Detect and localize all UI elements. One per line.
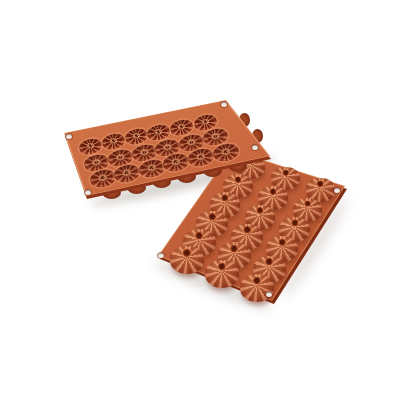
bundt-bump [196,211,228,237]
bundt-cavity [178,132,205,153]
underside-bump-silhouette [228,159,247,172]
cast-shadow [229,153,276,173]
bundt-bump-center-hole [290,219,299,227]
front-mold-edge-thickness [0,0,400,400]
bundt-bump [223,174,253,198]
back-mold-edge-thickness [0,0,400,400]
front-mold-rim-highlight [0,0,400,400]
bundt-cavity [123,127,149,146]
bundt-cavity [100,132,126,151]
bundt-bump-center-hole [281,169,290,176]
bundt-cavity [83,152,110,173]
bundt-bump [258,186,288,210]
underside-bump-silhouette [239,113,250,127]
bundt-bump-center-hole [242,226,252,234]
underside-bump-silhouette [127,181,146,194]
bundt-bump [245,205,276,230]
cast-shadow [89,158,268,210]
bundt-bump [183,229,216,256]
bundt-bump-center-hole [207,213,217,221]
front-mold-corner-hole [66,134,72,139]
bundt-bump [170,246,204,274]
bundt-bump-center-hole [268,188,277,195]
bundt-cavity [192,113,218,132]
bundt-bump [240,274,274,302]
bundt-cavity [77,137,103,156]
bundt-cavity [162,152,191,174]
underside-bump-silhouette [177,170,196,183]
bundt-bump-center-hole [234,176,243,183]
bundt-cavity [137,157,166,179]
bundt-cavity [169,118,195,137]
bundt-cavity [211,141,240,163]
underside-bump-silhouette [203,164,222,177]
front-mold-corner-hole [252,145,258,150]
back-mold-corner-hole [158,253,164,258]
back-mold-corner-hole [334,188,340,193]
bundt-bump [279,217,310,242]
cast-shadow [278,194,352,300]
mold-faceup-showing-cavities [0,0,400,400]
bundt-cavity [154,137,181,158]
bundt-bump-center-hole [277,239,287,247]
bundt-bump [237,156,265,179]
bundt-bump-center-hole [303,200,312,207]
bundt-bump [306,178,334,201]
bundt-bump [231,224,263,250]
bundt-bump [266,236,298,262]
bundt-bump [253,256,286,283]
bundt-bump [205,260,239,288]
bundt-bump-center-hole [264,258,274,266]
bundt-bump-center-hole [182,249,192,257]
cast-shadow [152,255,273,313]
bundt-bump-center-hole [255,207,264,215]
back-mold-corner-hole [266,292,272,297]
bundt-cavity [88,168,117,190]
back-mold-rim-highlight [0,0,400,400]
back-mold-silicone-sheet [0,0,400,400]
bundt-bump [271,167,299,190]
bundt-bump-center-hole [247,158,256,165]
bundt-cavity [202,127,229,148]
bundt-bump [218,242,251,269]
front-mold-corner-hole [221,102,227,107]
bundt-bump [293,198,323,222]
bundt-bump-center-hole [316,180,325,187]
underside-bump-silhouette [152,175,171,188]
bundt-bump [210,192,241,217]
bundt-bump-center-hole [252,276,262,284]
back-mold-corner-hole [230,154,236,159]
bundt-cavity [107,147,134,168]
front-mold-corner-hole [85,190,91,195]
bundt-cavity [130,142,157,163]
soft-shadows [0,0,400,400]
bundt-cavity [113,162,142,184]
bundt-bump-center-hole [217,263,227,271]
bundt-cavity [146,122,172,141]
bundt-bump-center-hole [194,232,204,240]
bundt-cavity [186,147,215,169]
mold-flipped-showing-bumps [0,0,400,400]
front-mold-silicone-sheet [0,0,400,400]
bundt-bump-center-hole [221,195,230,203]
product-photo-silicone-bundt-molds [0,0,400,400]
underside-bump-silhouette [102,186,121,199]
bundt-bump-center-hole [229,245,239,253]
underside-bump-silhouette [252,129,263,143]
